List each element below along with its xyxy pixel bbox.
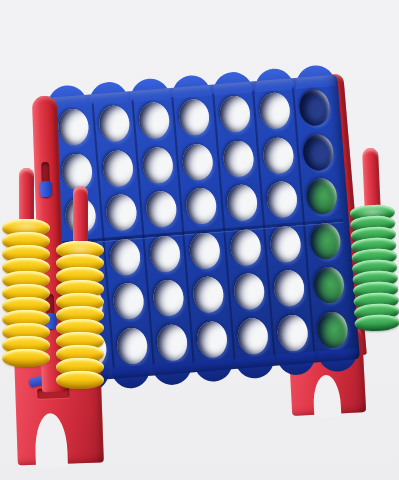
disc-stack	[2, 219, 50, 367]
board-edge-scallop	[193, 358, 234, 383]
board-cell	[190, 316, 234, 364]
yellow-disc	[2, 349, 50, 367]
empty-slot	[225, 184, 258, 222]
board-cell	[142, 230, 186, 278]
board-cell	[132, 97, 176, 145]
empty-slot	[309, 222, 342, 260]
board-cell	[310, 306, 354, 354]
board-edge-scallop	[110, 365, 151, 390]
board-cell	[292, 84, 336, 132]
empty-slot	[196, 320, 229, 358]
empty-slot	[222, 140, 255, 178]
empty-slot	[302, 133, 335, 171]
board-cell	[263, 220, 307, 268]
empty-slot	[57, 108, 90, 146]
board-cell	[295, 129, 339, 177]
empty-slot	[192, 276, 225, 314]
empty-slot	[229, 228, 262, 266]
foot-arch-cutout	[34, 413, 68, 468]
board-cell	[215, 135, 259, 183]
empty-slot	[258, 92, 291, 130]
board-cell	[175, 138, 219, 186]
disc-storage-pole	[19, 168, 34, 222]
empty-slot	[98, 105, 131, 143]
board-cell	[226, 268, 270, 316]
board-cell	[219, 179, 263, 227]
board-edge-scallop	[276, 351, 317, 376]
empty-slot	[298, 89, 331, 127]
board-edge-scallop	[152, 361, 193, 386]
empty-slot	[105, 194, 138, 232]
board-cell	[92, 100, 136, 148]
board-cell	[182, 227, 226, 275]
board-cell	[299, 173, 343, 221]
board-cell	[303, 217, 347, 265]
board-cell	[186, 271, 230, 319]
empty-slot	[185, 187, 218, 225]
empty-slot	[109, 238, 142, 276]
disc-storage-pole	[73, 186, 88, 244]
board-cell	[135, 141, 179, 189]
board-cell	[139, 186, 183, 234]
empty-slot	[116, 327, 149, 365]
empty-slot	[276, 314, 309, 352]
empty-slot	[112, 282, 145, 320]
green-disc	[354, 314, 399, 332]
board-cell	[306, 262, 350, 310]
empty-slot	[152, 279, 185, 317]
empty-slot	[269, 225, 302, 263]
yellow-disc	[56, 371, 104, 389]
empty-slot	[142, 146, 175, 184]
empty-slot	[265, 181, 298, 219]
yellow-disc-stack-front	[1, 168, 51, 367]
foot-arch-cutout	[312, 374, 341, 417]
board-cell	[222, 224, 266, 272]
product-photo-scene	[0, 0, 399, 480]
yellow-disc-stack-rear	[55, 186, 105, 389]
disc-stack	[350, 204, 399, 332]
empty-slot	[178, 98, 211, 136]
board-cell	[270, 309, 314, 357]
empty-slot	[272, 269, 305, 307]
board-edge-scallop	[318, 348, 359, 373]
board-cell	[230, 312, 274, 360]
board-cell	[255, 132, 299, 180]
empty-slot	[138, 102, 171, 140]
empty-slot	[312, 266, 345, 304]
board-cell	[102, 233, 146, 281]
empty-slot	[182, 143, 215, 181]
empty-slot	[316, 311, 349, 349]
board-cell	[150, 319, 194, 367]
disc-storage-pole	[362, 148, 381, 209]
disc-stack	[56, 241, 104, 389]
board-cell	[179, 183, 223, 231]
empty-slot	[145, 190, 178, 228]
board-cell	[106, 278, 150, 326]
board-cell	[212, 91, 256, 139]
empty-slot	[218, 95, 251, 133]
board-cell	[172, 94, 216, 142]
empty-slot	[305, 177, 338, 215]
empty-slot	[149, 235, 182, 273]
empty-slot	[262, 136, 295, 174]
board-cell	[259, 176, 303, 224]
board-cell	[266, 265, 310, 313]
empty-slot	[236, 317, 269, 355]
board-cell	[99, 189, 143, 237]
empty-slot	[232, 273, 265, 311]
empty-slot	[189, 231, 222, 269]
empty-slot	[156, 323, 189, 361]
board-cell	[252, 87, 296, 135]
board-cell	[110, 322, 154, 370]
board-cell	[146, 274, 190, 322]
green-disc-stack	[346, 147, 399, 332]
board-edge-scallop	[235, 355, 276, 380]
empty-slot	[102, 149, 135, 187]
